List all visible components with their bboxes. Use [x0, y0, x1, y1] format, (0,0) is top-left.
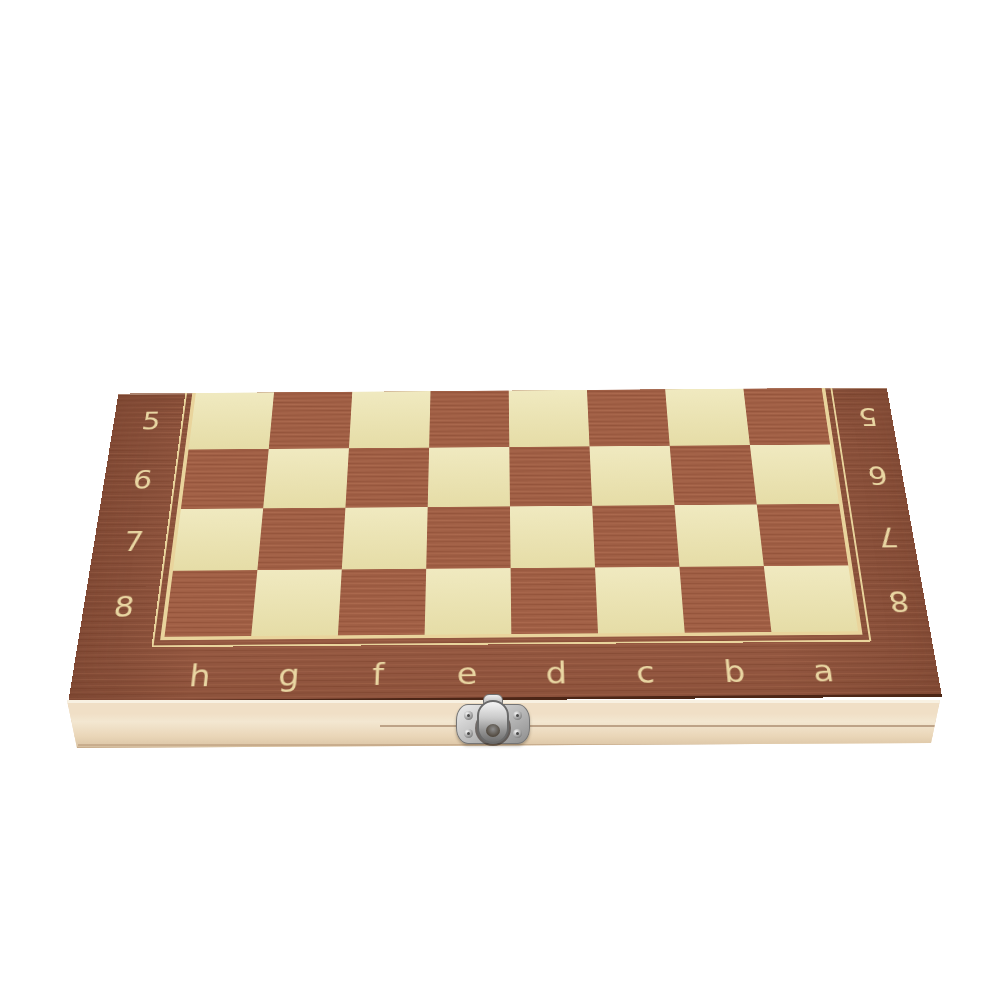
screw-icon	[513, 729, 522, 738]
square-f8	[338, 569, 426, 635]
latch-clasp	[452, 692, 534, 750]
rank-label-5-right: 5	[839, 388, 897, 445]
chessboard-lid: 5678 5678 hgfedcba	[68, 388, 942, 704]
square-c7	[592, 505, 679, 568]
square-e8	[425, 568, 512, 634]
square-c5	[587, 389, 670, 446]
square-g6	[263, 448, 349, 508]
square-g5	[269, 392, 353, 449]
square-a5	[743, 388, 830, 445]
file-label-h: h	[152, 639, 248, 702]
square-g7	[257, 507, 345, 570]
rank-label-6-left: 6	[99, 450, 184, 511]
square-d5	[509, 390, 590, 447]
file-label-d: d	[511, 637, 602, 700]
square-f7	[342, 507, 428, 570]
rank-label-8-right: 8	[868, 568, 931, 635]
square-f5	[349, 391, 431, 448]
square-d8	[511, 568, 598, 634]
square-h5	[189, 392, 274, 449]
square-h7	[173, 508, 263, 571]
square-b7	[674, 504, 763, 567]
file-label-a: a	[775, 635, 872, 698]
product-photo-stage: 5678 5678 hgfedcba	[0, 0, 1000, 1000]
square-h8	[164, 570, 257, 636]
latch-swing-hook	[477, 700, 509, 744]
rank-label-5-left: 5	[109, 393, 192, 451]
square-c8	[595, 567, 685, 633]
square-b8	[679, 566, 771, 632]
square-g8	[251, 570, 342, 636]
square-e7	[426, 506, 510, 569]
file-label-c: c	[599, 636, 692, 699]
square-e5	[429, 391, 509, 448]
square-f6	[345, 447, 429, 507]
square-b6	[670, 445, 757, 505]
file-label-f: f	[332, 638, 424, 701]
screw-icon	[464, 711, 473, 720]
square-d6	[509, 446, 592, 506]
square-b5	[665, 389, 750, 446]
board-grid	[164, 388, 858, 637]
rank-label-6-right: 6	[848, 445, 907, 505]
square-a6	[750, 444, 839, 504]
square-d7	[510, 505, 595, 568]
screw-icon	[464, 729, 473, 738]
square-e6	[428, 447, 510, 507]
screw-icon	[513, 711, 522, 720]
rank-label-7-right: 7	[858, 504, 919, 568]
rank-label-8-left: 8	[78, 573, 169, 640]
square-a7	[757, 503, 849, 566]
square-h6	[181, 449, 269, 509]
rank-label-7-left: 7	[89, 510, 177, 574]
file-label-b: b	[687, 635, 782, 698]
square-c6	[590, 446, 675, 506]
board-pinstripe-frame	[160, 388, 862, 640]
square-a8	[764, 566, 858, 632]
file-label-g: g	[242, 639, 336, 702]
